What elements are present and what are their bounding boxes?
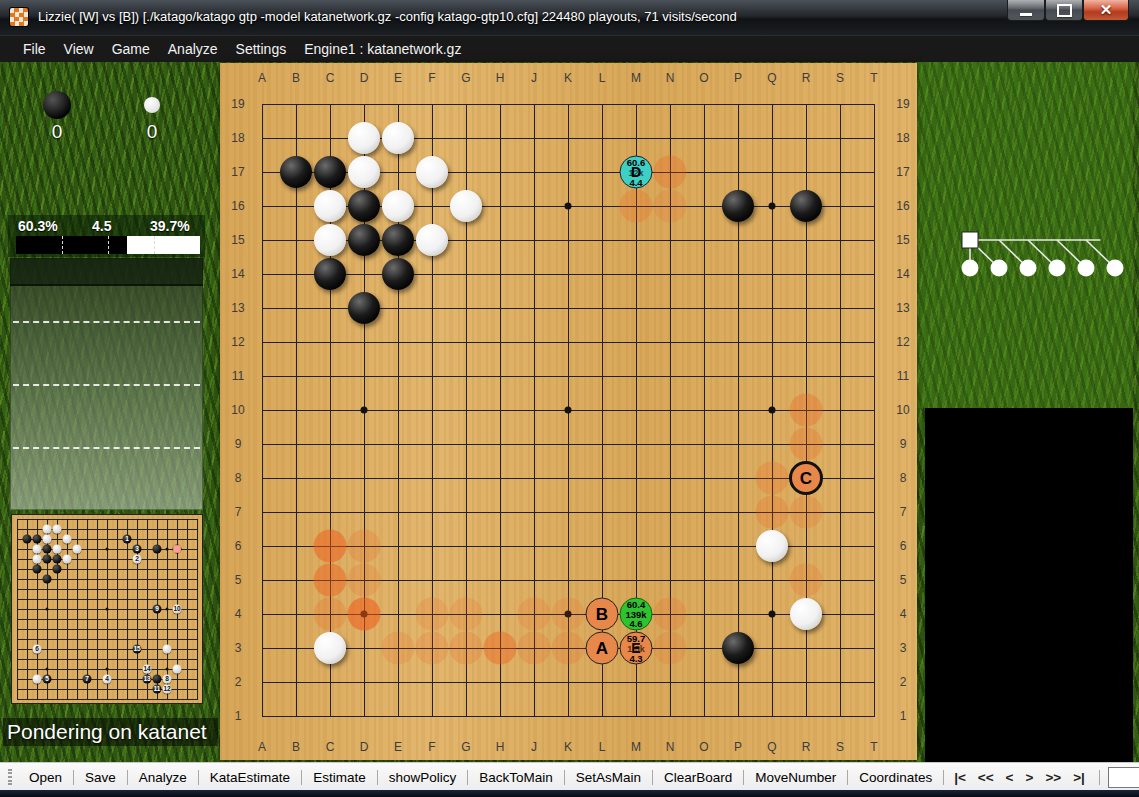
coord-col-top: Q [767,71,776,85]
menu-item-engine1[interactable]: Engine1 : katanetwork.gz [295,41,470,57]
coord-row-left: 3 [235,641,242,655]
sub-white-stone-R4 [173,665,182,674]
sub-white-stone-C15 [33,555,42,564]
candidate-score: 4.6 [629,619,642,629]
sub-black-stone-P10: 9 [153,605,162,614]
coord-col-bottom: P [734,740,742,754]
policy-circle-Q7 [756,496,789,529]
policy-circle-K3 [552,632,585,665]
lizzie-window: Lizzie( [W] vs [B]) [./katago/katago gtp… [0,0,1139,797]
coord-col-top: K [564,71,572,85]
coord-col-bottom: L [599,740,606,754]
tree-node-variation-4[interactable] [1049,260,1066,277]
coord-row-right: 15 [896,233,909,247]
sub-star-Q16 [166,548,169,551]
candidate-move-M3[interactable]: 59.7E1.5k4.3 [620,632,653,665]
coord-row-left: 5 [235,573,242,587]
graph-gridline [13,321,200,323]
coord-col-bottom: T [870,740,877,754]
tree-node-variation-1[interactable] [962,260,979,277]
coord-row-left: 10 [231,403,244,417]
black-stone-D15 [348,224,380,256]
coord-col-bottom: E [394,740,402,754]
winrate-bar [16,236,200,254]
white-capture-count: 0 [147,121,158,143]
pondering-status: Pondering on katanet [7,720,207,744]
sub-move-number: 14 [143,666,150,673]
star-point-Q10 [769,407,776,414]
nav->[interactable]: > [1020,770,1040,785]
sub-white-stone-N15: 2 [133,555,142,564]
coord-col-top: J [531,71,537,85]
black-stone-R16 [790,190,822,222]
policy-circle-R5 [790,564,823,597]
coord-row-left: 15 [231,233,244,247]
coord-col-bottom: R [802,740,811,754]
coord-col-top: G [461,71,470,85]
toolbar-buttons: OpenSaveAnalyzeKataEstimateEstimateshowP… [18,770,944,785]
candidate-score: 4.4 [629,178,642,188]
coord-col-bottom: F [428,740,435,754]
nav->>[interactable]: >> [1039,770,1067,785]
toolbar-button-showpolicy[interactable]: showPolicy [378,770,469,785]
graph-gridline [13,384,200,386]
title-bar[interactable]: Lizzie( [W] vs [B]) [./katago/katago gtp… [0,0,1139,35]
sub-move-number: 3 [135,546,139,553]
coord-row-right: 17 [896,165,909,179]
star-point-Q16 [769,203,776,210]
black-stone-D13 [348,292,380,324]
black-capture-stone [43,91,71,119]
policy-circle-D5 [348,564,381,597]
sub-black-stone-M17: 1 [123,535,132,544]
move-navigation: |<<<<>>>>| [944,770,1100,785]
sub-move-number: 6 [35,646,39,653]
candidate-move-R8[interactable]: C [789,461,823,495]
star-point-K16 [565,203,572,210]
coord-row-left: 19 [231,97,244,111]
policy-circle-G4 [450,598,483,631]
policy-circle-R9 [790,428,823,461]
coord-row-right: 6 [900,539,907,553]
sub-black-stone-E14 [53,565,62,574]
toolbar-button-open[interactable]: Open [18,770,74,785]
window-bottom-border [0,790,1139,797]
coord-col-bottom: G [461,740,470,754]
toolbar-button-setasmain[interactable]: SetAsMain [565,770,653,785]
goto-move-input[interactable] [1108,767,1139,788]
sub-black-stone-P16 [153,545,162,554]
black-capture-count: 0 [52,121,63,143]
coord-row-right: 14 [896,267,909,281]
coord-col-top: D [360,71,369,85]
coord-row-left: 14 [231,267,244,281]
toolbar-button-save[interactable]: Save [74,770,128,785]
sub-white-stone-Q3: 8 [163,675,172,684]
policy-circle-M16 [620,190,653,223]
nav-|<[interactable]: |< [948,770,972,785]
sub-last-move-marker [173,545,181,553]
sub-black-stone-D13 [43,575,52,584]
winrate-graph[interactable] [10,258,203,510]
policy-circle-F3 [416,632,449,665]
maximize-icon [1057,4,1072,17]
coord-row-right: 12 [896,335,909,349]
app-icon [10,8,28,26]
coord-col-top: S [836,71,844,85]
winrate-quarter-line [154,236,155,254]
sub-move-number: 1 [125,536,129,543]
coord-row-right: 4 [900,607,907,621]
candidate-move-L3[interactable]: A [586,632,619,665]
variation-tree-svg [925,62,1139,408]
white-stone-R4 [790,598,822,630]
candidate-letter-A: A [596,641,608,656]
policy-circle-C5 [314,564,347,597]
policy-circle-R10 [790,394,823,427]
coord-row-left: 9 [235,437,242,451]
sub-star-D4 [46,668,49,671]
menu-item-view[interactable]: View [55,41,103,57]
black-stone-C17 [314,156,346,188]
sub-star-K10 [106,608,109,611]
white-stone-G16 [450,190,482,222]
white-stone-C15 [314,224,346,256]
content-area: AABBCCDDEEFFGGHHJJKKLLMMNNOOPPQQRRSSTT19… [0,62,1139,762]
coord-col-top: T [870,71,877,85]
close-icon: ✕ [1100,1,1113,19]
sub-move-number: 7 [85,676,89,683]
sub-black-stone-D3: 5 [43,675,52,684]
sub-white-stone-E18 [53,525,62,534]
winrate-half-line [108,236,109,254]
policy-circle-D4 [348,598,381,631]
coord-row-left: 11 [232,369,244,383]
sub-black-stone-D16 [43,545,52,554]
coord-col-top: F [428,71,435,85]
coord-row-right: 13 [896,301,909,315]
coord-col-bottom: H [496,740,505,754]
coord-row-right: 3 [900,641,907,655]
coord-col-bottom: D [360,740,369,754]
sub-star-Q10 [166,608,169,611]
coord-col-top: H [496,71,505,85]
coord-col-bottom: M [631,740,641,754]
sub-black-stone-C14 [33,565,42,574]
sub-black-stone-E15 [53,555,62,564]
toolbar-button-backtomain[interactable]: BackToMain [468,770,565,785]
policy-circle-J3 [518,632,551,665]
policy-circle-H3 [484,632,517,665]
policy-circle-C4 [314,598,347,631]
window-title: Lizzie( [W] vs [B]) [./katago/katago gtp… [38,9,737,24]
coord-row-right: 10 [896,403,909,417]
sub-move-number: 8 [165,676,169,683]
policy-circle-E3 [382,632,415,665]
menu-item-game[interactable]: Game [103,41,159,57]
sub-black-stone-P2: 11 [153,685,162,694]
white-stone-E18 [382,122,414,154]
nav->|[interactable]: >| [1067,770,1091,785]
right-panel-black [925,408,1133,762]
toolbar-button-clearboard[interactable]: ClearBoard [653,770,744,785]
coord-row-left: 12 [231,335,244,349]
black-stone-E14 [382,258,414,290]
coord-col-bottom: C [326,740,335,754]
sub-white-stone-G16 [73,545,82,554]
nav-<[interactable]: < [1000,770,1020,785]
coord-col-top: R [802,71,811,85]
coord-row-right: 7 [900,505,907,519]
toolbar-button-analyze[interactable]: Analyze [128,770,199,785]
coord-col-top: C [326,71,335,85]
policy-circle-N4 [654,598,687,631]
sub-black-stone-P3 [153,675,162,684]
black-winrate: 60.3% [18,218,58,234]
sub-white-stone-O4: 14 [143,665,152,674]
maximize-button[interactable] [1045,0,1083,21]
sub-black-stone-N16: 3 [133,545,142,554]
black-stone-P16 [722,190,754,222]
white-stone-C3 [314,632,346,664]
sub-move-number: 15 [133,646,140,653]
coord-row-left: 17 [231,165,244,179]
variation-preview-board: 123456789101112131415 [11,514,203,704]
sub-move-number: 9 [155,606,159,613]
candidate-letter-C: C [800,471,812,486]
candidate-score: 4.3 [629,654,642,664]
winrate-bar-black [16,236,127,254]
sub-white-stone-E16 [53,545,62,554]
coord-row-right: 1 [900,709,907,723]
toolbar-drag-handle[interactable] [8,769,12,785]
coord-col-bottom: N [666,740,675,754]
coord-row-left: 13 [231,301,244,315]
policy-circle-G3 [450,632,483,665]
tree-node-variation-2[interactable] [991,260,1008,277]
sub-black-stone-D15 [43,555,52,564]
sub-black-stone-O3: 13 [143,675,152,684]
white-stone-E16 [382,190,414,222]
nav-<<[interactable]: << [972,770,1000,785]
coord-col-bottom: O [699,740,708,754]
policy-circle-F4 [416,598,449,631]
menu-item-analyze[interactable]: Analyze [159,41,227,57]
sub-move-number: 13 [143,676,150,683]
coord-col-bottom: S [836,740,844,754]
coord-col-top: M [631,71,641,85]
coord-row-left: 7 [235,505,242,519]
star-point-K10 [565,407,572,414]
candidate-letter-B: B [596,607,608,622]
close-button[interactable]: ✕ [1083,0,1129,21]
coord-row-right: 16 [896,199,909,213]
white-stone-D17 [348,156,380,188]
menu-item-file[interactable]: File [14,41,55,57]
toolbar-button-estimate[interactable]: Estimate [302,770,378,785]
sub-white-stone-C3 [33,675,42,684]
sub-white-stone-F15 [63,555,72,564]
minimize-icon [1020,13,1032,16]
sub-white-stone-C16 [33,545,42,554]
policy-circle-J4 [518,598,551,631]
sub-move-number: 4 [105,676,109,683]
graph-header-strip [10,258,203,286]
coord-col-top: L [599,71,606,85]
sub-black-stone-N6: 15 [133,645,142,654]
sub-move-number: 12 [163,686,170,693]
coord-row-left: 6 [235,539,242,553]
black-stone-C14 [314,258,346,290]
black-stone-B17 [280,156,312,188]
policy-circle-C6 [314,530,347,563]
sub-white-stone-D17 [43,535,52,544]
coord-row-right: 2 [900,675,907,689]
sub-white-stone-C6: 6 [33,645,42,654]
coord-col-top: B [292,71,300,85]
black-stone-D16 [348,190,380,222]
sub-black-stone-C17 [33,535,42,544]
coord-col-top: O [699,71,708,85]
coord-row-right: 11 [897,369,909,383]
sub-black-stone-B17 [23,535,32,544]
toolbar-button-coordinates[interactable]: Coordinates [848,770,944,785]
sub-star-K16 [106,548,109,551]
sub-black-stone-H3: 7 [83,675,92,684]
candidate-visits: 12k [628,167,643,177]
sub-white-stone-D18 [43,525,52,534]
sub-white-stone-K3: 4 [103,675,112,684]
white-stone-F15 [416,224,448,256]
coord-col-top: P [734,71,742,85]
policy-circle-K4 [552,598,585,631]
coord-row-left: 18 [231,131,244,145]
sub-white-stone-Q2: 12 [163,685,172,694]
white-stone-C16 [314,190,346,222]
coord-col-top: E [394,71,402,85]
coord-row-left: 4 [235,607,242,621]
menu-bar: FileViewGameAnalyzeSettingsEngine1 : kat… [0,35,1139,62]
sub-white-stone-F17 [63,535,72,544]
coord-col-top: A [258,71,266,85]
star-point-Q4 [769,611,776,618]
coord-col-bottom: A [258,740,266,754]
coord-row-left: 2 [235,675,242,689]
tree-node-variation-3[interactable] [1020,260,1037,277]
tree-node-current-position[interactable] [962,232,978,248]
coord-col-bottom: B [292,740,300,754]
tree-node-variation-5[interactable] [1078,260,1095,277]
coord-row-right: 9 [900,437,907,451]
coord-col-bottom: J [531,740,537,754]
candidate-visits: 1.5k [627,643,645,653]
coord-col-top: N [666,71,675,85]
white-capture-stone [144,97,160,113]
coord-row-right: 5 [900,573,907,587]
graph-gridline [13,447,200,449]
candidate-move-L4[interactable]: B [586,598,619,631]
coord-col-bottom: Q [767,740,776,754]
coord-col-bottom: K [564,740,572,754]
menu-item-settings[interactable]: Settings [227,41,296,57]
policy-circle-D6 [348,530,381,563]
bottom-toolbar: OpenSaveAnalyzeKataEstimateEstimateshowP… [0,762,1139,791]
policy-circle-N3 [654,632,687,665]
sub-star-D10 [46,608,49,611]
minimize-button[interactable] [1007,0,1045,21]
coord-row-right: 18 [896,131,909,145]
candidate-move-M4[interactable]: 60.4139k4.6 [620,598,653,631]
sub-star-Q4 [166,668,169,671]
policy-circle-N16 [654,190,687,223]
white-winrate: 39.7% [150,218,190,234]
black-stone-P3 [722,632,754,664]
sub-white-stone-Q6 [163,645,172,654]
toolbar-button-movenumber[interactable]: MoveNumber [744,770,848,785]
black-stone-E15 [382,224,414,256]
policy-circle-N17 [654,156,687,189]
policy-circle-R7 [790,496,823,529]
coord-row-left: 16 [231,199,244,213]
policy-circle-Q8 [756,462,789,495]
candidate-move-M17[interactable]: 60.6D12k4.4 [620,156,653,189]
sub-white-stone-R10: 10 [173,605,182,614]
white-stone-D18 [348,122,380,154]
coord-row-right: 8 [900,471,907,485]
toolbar-button-kataestimate[interactable]: KataEstimate [199,770,302,785]
sub-move-number: 10 [173,606,180,613]
coord-row-left: 1 [235,709,242,723]
score-lead: 4.5 [92,218,111,234]
coord-row-right: 19 [896,97,909,111]
sub-star-K4 [106,668,109,671]
go-board[interactable]: AABBCCDDEEFFGGHHJJKKLLMMNNOOPPQQRRSSTT19… [220,63,917,760]
sub-move-number: 5 [45,676,49,683]
star-point-D10 [361,407,368,414]
tree-node-variation-6[interactable] [1107,260,1124,277]
variation-tree[interactable] [925,62,1139,408]
sub-move-number: 2 [135,556,139,563]
white-stone-F17 [416,156,448,188]
coord-row-left: 8 [235,471,242,485]
sub-move-number: 11 [154,686,161,693]
white-stone-Q6 [756,530,788,562]
winrate-quarter-line [62,236,63,254]
